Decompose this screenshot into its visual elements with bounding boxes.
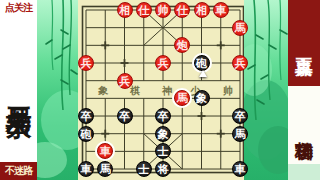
willow-branches-icon [37, 0, 78, 180]
black-piece-卒: 卒 [78, 108, 94, 124]
red-piece-仕: 仕 [136, 2, 152, 18]
black-piece-車: 車 [232, 161, 248, 177]
red-piece-車: 車 [213, 2, 229, 18]
black-piece-将: 将 [155, 161, 171, 177]
black-piece-卒: 卒 [117, 108, 133, 124]
red-piece-兵: 兵 [232, 55, 248, 71]
red-piece-兵: 兵 [155, 55, 171, 71]
follow-badge: 不迷路 [0, 162, 37, 180]
black-piece-車: 車 [78, 161, 94, 177]
name-strip-footer [288, 164, 320, 180]
black-piece-砲: 砲 [194, 55, 210, 71]
move-cursor-icon [199, 70, 207, 77]
willow-branches-icon [244, 0, 288, 180]
thumbnail-title: 开局出大子 [0, 20, 37, 162]
follow-caption: 点关注 [0, 1, 37, 15]
player-name-black: 杨官璘 [288, 88, 320, 166]
river-watermark-char: 棋 [130, 84, 140, 98]
black-piece-象: 象 [155, 126, 171, 142]
black-piece-象: 象 [194, 90, 210, 106]
black-piece-卒: 卒 [232, 108, 248, 124]
player-name-strip: 王嘉良 杨官璘 [288, 0, 320, 180]
red-piece-馬: 馬 [232, 20, 248, 36]
red-piece-兵: 兵 [78, 55, 94, 71]
willow-scenery-right [244, 0, 288, 180]
willow-scenery-left [37, 0, 78, 180]
river-watermark-char: 帅 [223, 84, 233, 98]
black-piece-馬: 馬 [232, 126, 248, 142]
river-watermark-char: 神 [162, 84, 172, 98]
red-piece-相: 相 [117, 2, 133, 18]
black-piece-砲: 砲 [78, 126, 94, 142]
xiangqi-board: 象棋神少帅相仕帅仕相車馬炮兵兵砲兵兵馬象卒卒卒卒砲象馬車士車馬士将車 [78, 0, 244, 180]
red-piece-仕: 仕 [174, 2, 190, 18]
red-piece-兵: 兵 [117, 73, 133, 89]
red-piece-炮: 炮 [174, 37, 190, 53]
player-name-red: 王嘉良 [288, 0, 320, 86]
red-piece-相: 相 [194, 2, 210, 18]
red-piece-帅: 帅 [155, 2, 171, 18]
river-watermark-char: 象 [98, 84, 108, 98]
black-piece-士: 士 [136, 161, 152, 177]
left-caption-strip: 点关注 开局出大子 不迷路 [0, 0, 37, 180]
black-piece-卒: 卒 [155, 108, 171, 124]
